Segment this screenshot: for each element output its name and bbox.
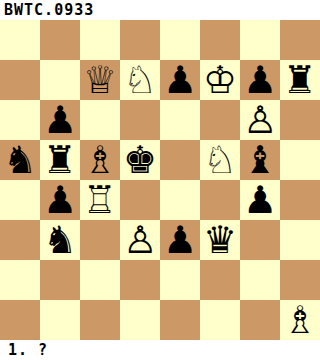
square-b3[interactable]: ♞ — [40, 220, 80, 260]
black-pawn-piece[interactable]: ♟ — [43, 100, 77, 140]
square-c5[interactable]: ♗ — [80, 140, 120, 180]
square-h8[interactable] — [280, 20, 320, 60]
black-pawn-piece[interactable]: ♟ — [163, 60, 197, 100]
square-d3[interactable]: ♙ — [120, 220, 160, 260]
white-bishop-piece[interactable]: ♗ — [283, 300, 317, 340]
square-c4[interactable]: ♖ — [80, 180, 120, 220]
square-e4[interactable] — [160, 180, 200, 220]
black-knight-piece[interactable]: ♞ — [43, 220, 77, 260]
black-queen-piece[interactable]: ♛ — [203, 220, 237, 260]
square-a6[interactable] — [0, 100, 40, 140]
square-f3[interactable]: ♛ — [200, 220, 240, 260]
square-e6[interactable] — [160, 100, 200, 140]
square-f5[interactable]: ♘ — [200, 140, 240, 180]
square-a3[interactable] — [0, 220, 40, 260]
white-rook-piece[interactable]: ♖ — [83, 180, 117, 220]
square-h2[interactable] — [280, 260, 320, 300]
square-a1[interactable] — [0, 300, 40, 340]
black-pawn-piece[interactable]: ♟ — [43, 180, 77, 220]
square-f7[interactable]: ♔ — [200, 60, 240, 100]
square-g7[interactable]: ♟ — [240, 60, 280, 100]
white-knight-piece[interactable]: ♘ — [203, 140, 237, 180]
square-e8[interactable] — [160, 20, 200, 60]
square-f6[interactable] — [200, 100, 240, 140]
black-knight-piece[interactable]: ♞ — [3, 140, 37, 180]
square-d4[interactable] — [120, 180, 160, 220]
square-g2[interactable] — [240, 260, 280, 300]
square-e5[interactable] — [160, 140, 200, 180]
square-d6[interactable] — [120, 100, 160, 140]
black-pawn-piece[interactable]: ♟ — [243, 180, 277, 220]
move-prompt: 1. ? — [0, 340, 320, 360]
black-rook-piece[interactable]: ♜ — [283, 60, 317, 100]
square-g3[interactable] — [240, 220, 280, 260]
square-c3[interactable] — [80, 220, 120, 260]
square-b4[interactable]: ♟ — [40, 180, 80, 220]
square-c6[interactable] — [80, 100, 120, 140]
black-pawn-piece[interactable]: ♟ — [163, 220, 197, 260]
square-e7[interactable]: ♟ — [160, 60, 200, 100]
square-h5[interactable] — [280, 140, 320, 180]
square-e1[interactable] — [160, 300, 200, 340]
square-h7[interactable]: ♜ — [280, 60, 320, 100]
square-a5[interactable]: ♞ — [0, 140, 40, 180]
black-king-piece[interactable]: ♚ — [123, 140, 157, 180]
square-g6[interactable]: ♙ — [240, 100, 280, 140]
square-b6[interactable]: ♟ — [40, 100, 80, 140]
square-b5[interactable]: ♜ — [40, 140, 80, 180]
white-pawn-piece[interactable]: ♙ — [123, 220, 157, 260]
square-g4[interactable]: ♟ — [240, 180, 280, 220]
square-f1[interactable] — [200, 300, 240, 340]
square-a8[interactable] — [0, 20, 40, 60]
square-c1[interactable] — [80, 300, 120, 340]
square-d5[interactable]: ♚ — [120, 140, 160, 180]
square-a7[interactable] — [0, 60, 40, 100]
square-a2[interactable] — [0, 260, 40, 300]
square-d1[interactable] — [120, 300, 160, 340]
square-d8[interactable] — [120, 20, 160, 60]
white-queen-piece[interactable]: ♕ — [83, 60, 117, 100]
white-knight-piece[interactable]: ♘ — [123, 60, 157, 100]
square-b1[interactable] — [40, 300, 80, 340]
square-f2[interactable] — [200, 260, 240, 300]
square-b7[interactable] — [40, 60, 80, 100]
square-g8[interactable] — [240, 20, 280, 60]
square-h6[interactable] — [280, 100, 320, 140]
square-c7[interactable]: ♕ — [80, 60, 120, 100]
chess-board: ♕♘♟♔♟♜♟♙♞♜♗♚♘♝♟♖♟♞♙♟♛♗ — [0, 20, 320, 340]
white-bishop-piece[interactable]: ♗ — [83, 140, 117, 180]
square-b2[interactable] — [40, 260, 80, 300]
square-g5[interactable]: ♝ — [240, 140, 280, 180]
black-bishop-piece[interactable]: ♝ — [243, 140, 277, 180]
square-h4[interactable] — [280, 180, 320, 220]
square-f8[interactable] — [200, 20, 240, 60]
square-e3[interactable]: ♟ — [160, 220, 200, 260]
square-g1[interactable] — [240, 300, 280, 340]
square-c2[interactable] — [80, 260, 120, 300]
square-a4[interactable] — [0, 180, 40, 220]
square-h3[interactable] — [280, 220, 320, 260]
square-e2[interactable] — [160, 260, 200, 300]
white-king-piece[interactable]: ♔ — [203, 60, 237, 100]
square-f4[interactable] — [200, 180, 240, 220]
square-d7[interactable]: ♘ — [120, 60, 160, 100]
puzzle-title: BWTC.0933 — [0, 0, 320, 20]
square-h1[interactable]: ♗ — [280, 300, 320, 340]
black-rook-piece[interactable]: ♜ — [43, 140, 77, 180]
square-c8[interactable] — [80, 20, 120, 60]
square-b8[interactable] — [40, 20, 80, 60]
white-pawn-piece[interactable]: ♙ — [243, 100, 277, 140]
square-d2[interactable] — [120, 260, 160, 300]
black-pawn-piece[interactable]: ♟ — [243, 60, 277, 100]
